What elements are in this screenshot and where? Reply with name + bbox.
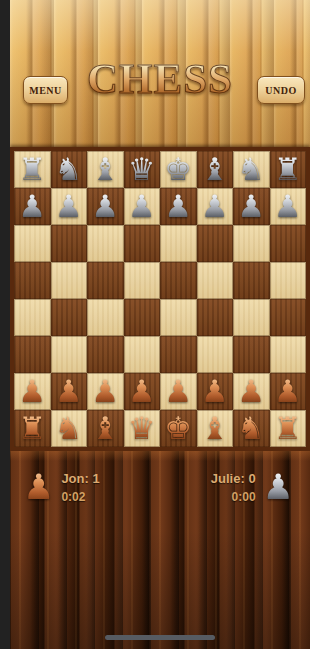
- square-f3[interactable]: [197, 336, 234, 373]
- square-f5[interactable]: [197, 262, 234, 299]
- piece-black-pawn[interactable]: ♟: [128, 191, 156, 222]
- square-g6[interactable]: [233, 225, 270, 262]
- piece-white-knight[interactable]: ♞: [55, 413, 83, 444]
- piece-white-pawn[interactable]: ♟: [237, 376, 265, 407]
- player-white: ♟ Jon: 1 0:02: [23, 470, 107, 505]
- piece-black-rook[interactable]: ♜: [18, 154, 46, 185]
- piece-black-pawn[interactable]: ♟: [164, 191, 192, 222]
- square-f8[interactable]: ♝: [197, 151, 234, 188]
- title-row: MENU CHESS UNDO: [10, 0, 310, 147]
- square-b4[interactable]: [51, 299, 88, 336]
- square-e5[interactable]: [160, 262, 197, 299]
- square-h3[interactable]: [270, 336, 307, 373]
- square-h5[interactable]: [270, 262, 307, 299]
- square-c6[interactable]: [87, 225, 124, 262]
- piece-white-rook[interactable]: ♜: [18, 413, 46, 444]
- undo-button[interactable]: UNDO: [257, 76, 305, 104]
- square-c5[interactable]: [87, 262, 124, 299]
- square-d5[interactable]: [124, 262, 161, 299]
- square-c1[interactable]: ♝: [87, 410, 124, 447]
- square-h7[interactable]: ♟: [270, 188, 307, 225]
- square-d3[interactable]: [124, 336, 161, 373]
- square-b2[interactable]: ♟: [51, 373, 88, 410]
- square-e4[interactable]: [160, 299, 197, 336]
- square-c7[interactable]: ♟: [87, 188, 124, 225]
- square-f2[interactable]: ♟: [197, 373, 234, 410]
- square-g3[interactable]: [233, 336, 270, 373]
- square-b5[interactable]: [51, 262, 88, 299]
- square-a8[interactable]: ♜: [14, 151, 51, 188]
- app-root: MENU CHESS UNDO ♜♞♝♛♚♝♞♜♟♟♟♟♟♟♟♟♟♟♟♟♟♟♟♟…: [10, 0, 310, 649]
- square-g7[interactable]: ♟: [233, 188, 270, 225]
- square-h8[interactable]: ♜: [270, 151, 307, 188]
- piece-white-rook[interactable]: ♜: [274, 413, 302, 444]
- piece-white-pawn[interactable]: ♟: [201, 376, 229, 407]
- piece-white-pawn[interactable]: ♟: [91, 376, 119, 407]
- square-e2[interactable]: ♟: [160, 373, 197, 410]
- square-a7[interactable]: ♟: [14, 188, 51, 225]
- square-a5[interactable]: [14, 262, 51, 299]
- square-d1[interactable]: ♛: [124, 410, 161, 447]
- square-d8[interactable]: ♛: [124, 151, 161, 188]
- piece-white-king[interactable]: ♚: [164, 413, 192, 444]
- white-player-clock: 0:02: [61, 490, 99, 504]
- piece-white-pawn[interactable]: ♟: [55, 376, 83, 407]
- black-pawn-icon: ♟: [263, 470, 294, 505]
- piece-black-bishop[interactable]: ♝: [91, 154, 119, 185]
- piece-white-bishop[interactable]: ♝: [201, 413, 229, 444]
- piece-white-queen[interactable]: ♛: [128, 413, 156, 444]
- home-indicator[interactable]: [105, 635, 215, 640]
- square-e1[interactable]: ♚: [160, 410, 197, 447]
- square-e6[interactable]: [160, 225, 197, 262]
- players-row: ♟ Jon: 1 0:02 Julie: 0 0:00 ♟: [10, 470, 310, 522]
- square-g1[interactable]: ♞: [233, 410, 270, 447]
- square-e8[interactable]: ♚: [160, 151, 197, 188]
- piece-white-pawn[interactable]: ♟: [128, 376, 156, 407]
- top-background: MENU CHESS UNDO: [10, 0, 310, 147]
- square-a2[interactable]: ♟: [14, 373, 51, 410]
- white-player-score: Jon: 1: [61, 471, 99, 486]
- square-g8[interactable]: ♞: [233, 151, 270, 188]
- piece-black-pawn[interactable]: ♟: [237, 191, 265, 222]
- square-h4[interactable]: [270, 299, 307, 336]
- piece-black-knight[interactable]: ♞: [237, 154, 265, 185]
- chess-board[interactable]: ♜♞♝♛♚♝♞♜♟♟♟♟♟♟♟♟♟♟♟♟♟♟♟♟♜♞♝♛♚♝♞♜: [10, 147, 310, 451]
- square-b7[interactable]: ♟: [51, 188, 88, 225]
- piece-black-pawn[interactable]: ♟: [274, 191, 302, 222]
- square-f4[interactable]: [197, 299, 234, 336]
- piece-black-knight[interactable]: ♞: [55, 154, 83, 185]
- square-b6[interactable]: [51, 225, 88, 262]
- square-c3[interactable]: [87, 336, 124, 373]
- square-f7[interactable]: ♟: [197, 188, 234, 225]
- square-b3[interactable]: [51, 336, 88, 373]
- piece-white-bishop[interactable]: ♝: [91, 413, 119, 444]
- square-h2[interactable]: ♟: [270, 373, 307, 410]
- square-h1[interactable]: ♜: [270, 410, 307, 447]
- square-g5[interactable]: [233, 262, 270, 299]
- piece-white-pawn[interactable]: ♟: [164, 376, 192, 407]
- square-a6[interactable]: [14, 225, 51, 262]
- black-player-clock: 0:00: [211, 490, 256, 504]
- square-a3[interactable]: [14, 336, 51, 373]
- player-black: Julie: 0 0:00 ♟: [204, 470, 294, 505]
- piece-black-queen[interactable]: ♛: [128, 154, 156, 185]
- square-g4[interactable]: [233, 299, 270, 336]
- square-a1[interactable]: ♜: [14, 410, 51, 447]
- square-c2[interactable]: ♟: [87, 373, 124, 410]
- piece-black-bishop[interactable]: ♝: [201, 154, 229, 185]
- square-d6[interactable]: [124, 225, 161, 262]
- square-h6[interactable]: [270, 225, 307, 262]
- piece-white-knight[interactable]: ♞: [237, 413, 265, 444]
- piece-black-pawn[interactable]: ♟: [18, 191, 46, 222]
- square-e7[interactable]: ♟: [160, 188, 197, 225]
- square-g2[interactable]: ♟: [233, 373, 270, 410]
- white-pawn-icon: ♟: [23, 470, 54, 505]
- square-f1[interactable]: ♝: [197, 410, 234, 447]
- black-player-score: Julie: 0: [211, 471, 256, 486]
- piece-white-pawn[interactable]: ♟: [18, 376, 46, 407]
- square-c8[interactable]: ♝: [87, 151, 124, 188]
- piece-black-pawn[interactable]: ♟: [91, 191, 119, 222]
- square-d2[interactable]: ♟: [124, 373, 161, 410]
- square-b1[interactable]: ♞: [51, 410, 88, 447]
- bottom-background: ♟ Jon: 1 0:02 Julie: 0 0:00 ♟: [10, 451, 310, 649]
- piece-white-pawn[interactable]: ♟: [274, 376, 302, 407]
- square-d4[interactable]: [124, 299, 161, 336]
- square-c4[interactable]: [87, 299, 124, 336]
- piece-black-pawn[interactable]: ♟: [55, 191, 83, 222]
- piece-black-pawn[interactable]: ♟: [201, 191, 229, 222]
- piece-black-king[interactable]: ♚: [164, 154, 192, 185]
- square-f6[interactable]: [197, 225, 234, 262]
- square-a4[interactable]: [14, 299, 51, 336]
- piece-black-rook[interactable]: ♜: [274, 154, 302, 185]
- square-d7[interactable]: ♟: [124, 188, 161, 225]
- square-b8[interactable]: ♞: [51, 151, 88, 188]
- square-e3[interactable]: [160, 336, 197, 373]
